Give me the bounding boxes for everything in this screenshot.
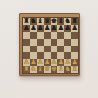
square-e2: ♟ bbox=[51, 59, 58, 66]
square-g1: ♞ bbox=[64, 66, 71, 73]
square-f5 bbox=[57, 39, 64, 46]
board-grid: ♜♞♝♛♚♝♞♜♟♟♟♟♟♟♟♟♟♟♟♟♟♟♟♟♜♞♝♛♚♝♞♜ bbox=[22, 17, 79, 74]
square-g4 bbox=[64, 46, 71, 53]
square-e7: ♟ bbox=[51, 25, 58, 32]
square-a4 bbox=[23, 46, 30, 53]
square-d3 bbox=[44, 52, 51, 59]
square-d1: ♛ bbox=[44, 66, 51, 73]
square-c1: ♝ bbox=[37, 66, 44, 73]
piece-white-knight: ♞ bbox=[65, 66, 71, 72]
square-c5 bbox=[37, 39, 44, 46]
square-g2: ♟ bbox=[64, 59, 71, 66]
square-a5 bbox=[23, 39, 30, 46]
square-h4 bbox=[71, 46, 78, 53]
square-c7: ♟ bbox=[37, 25, 44, 32]
square-d4 bbox=[44, 46, 51, 53]
square-e3 bbox=[51, 52, 58, 59]
square-c4 bbox=[37, 46, 44, 53]
piece-white-pawn: ♟ bbox=[44, 59, 50, 65]
square-b4 bbox=[30, 46, 37, 53]
square-b8: ♞ bbox=[30, 18, 37, 25]
piece-black-pawn: ♟ bbox=[58, 25, 64, 31]
square-b3 bbox=[30, 52, 37, 59]
piece-black-king: ♚ bbox=[51, 18, 57, 24]
piece-white-pawn: ♟ bbox=[23, 59, 29, 65]
square-d7: ♟ bbox=[44, 25, 51, 32]
piece-black-pawn: ♟ bbox=[65, 25, 71, 31]
piece-black-pawn: ♟ bbox=[51, 25, 57, 31]
square-e5 bbox=[51, 39, 58, 46]
square-c8: ♝ bbox=[37, 18, 44, 25]
square-e6 bbox=[51, 32, 58, 39]
piece-black-knight: ♞ bbox=[30, 18, 36, 24]
square-g3 bbox=[64, 52, 71, 59]
piece-white-pawn: ♟ bbox=[58, 59, 64, 65]
square-a7: ♟ bbox=[23, 25, 30, 32]
piece-black-rook: ♜ bbox=[23, 18, 29, 24]
chess-board: ♜♞♝♛♚♝♞♜♟♟♟♟♟♟♟♟♟♟♟♟♟♟♟♟♜♞♝♛♚♝♞♜ bbox=[19, 13, 80, 76]
square-g7: ♟ bbox=[64, 25, 71, 32]
piece-white-pawn: ♟ bbox=[51, 59, 57, 65]
square-f4 bbox=[57, 46, 64, 53]
piece-black-pawn: ♟ bbox=[30, 25, 36, 31]
square-b7: ♟ bbox=[30, 25, 37, 32]
piece-black-queen: ♛ bbox=[44, 18, 50, 24]
piece-white-king: ♚ bbox=[51, 66, 57, 72]
square-h1: ♜ bbox=[71, 66, 78, 73]
square-c6 bbox=[37, 32, 44, 39]
square-c3 bbox=[37, 52, 44, 59]
piece-black-bishop: ♝ bbox=[37, 18, 43, 24]
square-h5 bbox=[71, 39, 78, 46]
square-f8: ♝ bbox=[57, 18, 64, 25]
square-d8: ♛ bbox=[44, 18, 51, 25]
square-e1: ♚ bbox=[51, 66, 58, 73]
square-h6 bbox=[71, 32, 78, 39]
square-a1: ♜ bbox=[23, 66, 30, 73]
square-d5 bbox=[44, 39, 51, 46]
piece-white-pawn: ♟ bbox=[71, 59, 77, 65]
square-f1: ♝ bbox=[57, 66, 64, 73]
piece-white-rook: ♜ bbox=[71, 66, 77, 72]
square-d2: ♟ bbox=[44, 59, 51, 66]
square-c2: ♟ bbox=[37, 59, 44, 66]
square-h8: ♜ bbox=[71, 18, 78, 25]
piece-white-bishop: ♝ bbox=[37, 66, 43, 72]
piece-white-pawn: ♟ bbox=[37, 59, 43, 65]
square-a8: ♜ bbox=[23, 18, 30, 25]
square-e4 bbox=[51, 46, 58, 53]
square-f3 bbox=[57, 52, 64, 59]
square-g5 bbox=[64, 39, 71, 46]
piece-black-pawn: ♟ bbox=[23, 25, 29, 31]
piece-black-bishop: ♝ bbox=[58, 18, 64, 24]
square-g8: ♞ bbox=[64, 18, 71, 25]
piece-black-knight: ♞ bbox=[65, 18, 71, 24]
square-b6 bbox=[30, 32, 37, 39]
square-g6 bbox=[64, 32, 71, 39]
piece-black-pawn: ♟ bbox=[71, 25, 77, 31]
square-a6 bbox=[23, 32, 30, 39]
square-b2: ♟ bbox=[30, 59, 37, 66]
square-h7: ♟ bbox=[71, 25, 78, 32]
square-f2: ♟ bbox=[57, 59, 64, 66]
piece-black-rook: ♜ bbox=[71, 18, 77, 24]
square-b5 bbox=[30, 39, 37, 46]
piece-white-rook: ♜ bbox=[23, 66, 29, 72]
square-e8: ♚ bbox=[51, 18, 58, 25]
piece-white-pawn: ♟ bbox=[65, 59, 71, 65]
square-h2: ♟ bbox=[71, 59, 78, 66]
square-a3 bbox=[23, 52, 30, 59]
piece-black-pawn: ♟ bbox=[37, 25, 43, 31]
photo-background: ♜♞♝♛♚♝♞♜♟♟♟♟♟♟♟♟♟♟♟♟♟♟♟♟♜♞♝♛♚♝♞♜ bbox=[0, 0, 98, 98]
square-h3 bbox=[71, 52, 78, 59]
piece-white-queen: ♛ bbox=[44, 66, 50, 72]
square-f7: ♟ bbox=[57, 25, 64, 32]
square-f6 bbox=[57, 32, 64, 39]
square-b1: ♞ bbox=[30, 66, 37, 73]
square-d6 bbox=[44, 32, 51, 39]
piece-black-pawn: ♟ bbox=[44, 25, 50, 31]
square-a2: ♟ bbox=[23, 59, 30, 66]
piece-white-knight: ♞ bbox=[30, 66, 36, 72]
piece-white-pawn: ♟ bbox=[30, 59, 36, 65]
piece-white-bishop: ♝ bbox=[58, 66, 64, 72]
